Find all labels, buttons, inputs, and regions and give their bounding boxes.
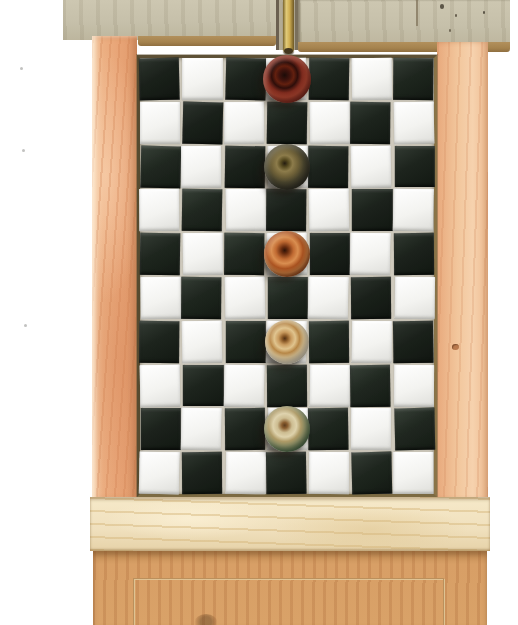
board-square[interactable] (309, 189, 350, 232)
board-square[interactable] (224, 408, 265, 450)
board-square[interactable] (394, 408, 435, 451)
brass-rod-tip (284, 48, 293, 54)
board-square[interactable] (223, 364, 264, 407)
board-square[interactable] (224, 145, 265, 187)
panel-scribe-line-left (133, 579, 135, 625)
beam-bottom-crust-left (138, 36, 276, 46)
board-square[interactable] (393, 452, 433, 494)
board-square[interactable] (225, 58, 266, 101)
board-square[interactable] (225, 321, 265, 363)
frame-stud-right (437, 42, 488, 500)
board-square[interactable] (310, 233, 350, 275)
board-square[interactable] (393, 321, 434, 363)
board-square[interactable] (266, 452, 307, 494)
checker-piece-copper-orange[interactable] (264, 231, 310, 277)
board-square[interactable] (350, 364, 391, 406)
lower-wood-panel (93, 551, 487, 625)
board-square[interactable] (140, 364, 181, 407)
board-square[interactable] (351, 145, 392, 188)
board-square[interactable] (308, 277, 349, 320)
board-square[interactable] (393, 101, 434, 144)
board-square[interactable] (352, 189, 392, 231)
board-square[interactable] (350, 233, 391, 276)
board-square[interactable] (139, 321, 180, 363)
board-square[interactable] (139, 452, 180, 495)
board-square[interactable] (182, 189, 223, 231)
board-square[interactable] (351, 277, 392, 319)
board-square[interactable] (140, 145, 181, 188)
board-square[interactable] (181, 408, 222, 451)
checker-piece-cream-tan[interactable] (265, 320, 309, 364)
checker-piece-olive-brown[interactable] (264, 144, 310, 190)
board-square[interactable] (308, 145, 349, 187)
board-square[interactable] (224, 102, 265, 144)
board-square[interactable] (309, 321, 350, 363)
beam-crack (416, 0, 418, 26)
board-square[interactable] (395, 146, 435, 188)
board-square[interactable] (183, 233, 224, 275)
dust-speck (22, 149, 25, 152)
panel-scribe-line-top (133, 578, 444, 580)
board-square[interactable] (394, 277, 435, 319)
board-square[interactable] (225, 189, 266, 231)
board-square[interactable] (309, 452, 350, 494)
board-square[interactable] (352, 452, 393, 495)
board-square[interactable] (393, 58, 434, 100)
wood-knot (452, 344, 459, 350)
board-square[interactable] (266, 189, 307, 231)
board-square[interactable] (352, 321, 393, 363)
board-square[interactable] (181, 277, 222, 319)
board-square[interactable] (183, 365, 223, 407)
board-square[interactable] (141, 277, 182, 319)
dust-speck (20, 67, 23, 70)
checker-piece-dark-red[interactable] (263, 55, 311, 103)
board-square[interactable] (267, 364, 308, 406)
board-square[interactable] (140, 233, 181, 275)
board-square[interactable] (182, 452, 223, 494)
top-beam-left-section (63, 0, 276, 40)
board-square[interactable] (352, 58, 393, 100)
board-square[interactable] (224, 233, 265, 275)
frame-stud-left (92, 36, 137, 500)
dust-speck (24, 324, 27, 327)
panel-hole (194, 614, 218, 625)
panel-scribe-line-right (443, 579, 445, 625)
frame-rail-bottom (90, 497, 490, 551)
board-square[interactable] (183, 101, 224, 144)
checker-piece-green[interactable] (264, 406, 310, 452)
wall-board-photo (0, 0, 518, 625)
board-square[interactable] (181, 145, 222, 187)
board-square[interactable] (350, 102, 391, 144)
board-square[interactable] (139, 189, 180, 231)
board-square[interactable] (267, 102, 308, 144)
top-beam-right-section (298, 0, 510, 46)
board-square[interactable] (268, 277, 308, 319)
board-square[interactable] (224, 277, 265, 320)
board-square[interactable] (309, 58, 350, 100)
board-square[interactable] (182, 320, 223, 363)
board-square[interactable] (310, 102, 351, 144)
board-square[interactable] (141, 408, 181, 450)
board-square[interactable] (225, 452, 266, 494)
paint-chip-specks (440, 4, 444, 9)
board-square[interactable] (308, 408, 349, 450)
brass-rod-icon (283, 0, 294, 53)
board-square[interactable] (392, 189, 433, 232)
board-square[interactable] (140, 102, 180, 144)
board-square[interactable] (351, 408, 392, 450)
board-square[interactable] (394, 233, 435, 275)
board-square[interactable] (139, 58, 180, 101)
board-square[interactable] (394, 364, 435, 406)
board-square[interactable] (310, 364, 351, 406)
board-square[interactable] (182, 58, 222, 100)
